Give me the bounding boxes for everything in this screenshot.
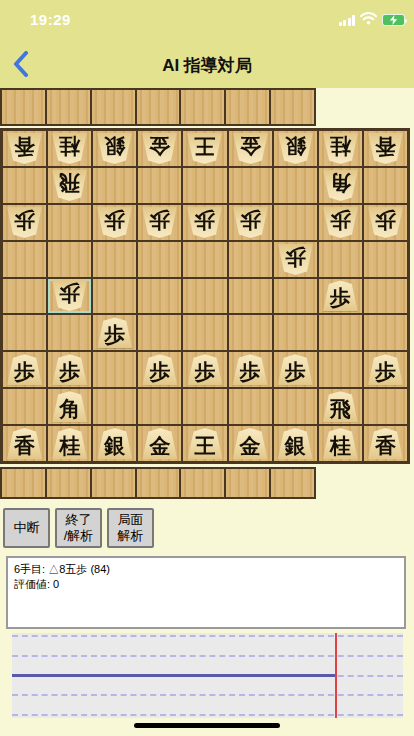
piece-sente[interactable]: 歩	[322, 280, 359, 311]
sente-captured-tray-cell[interactable]	[269, 469, 314, 497]
square-3-2[interactable]	[274, 168, 317, 203]
evaluation-chart	[12, 633, 403, 718]
gote-captured-tray-cell[interactable]	[45, 90, 90, 124]
piece-sente[interactable]: 銀	[96, 428, 133, 459]
piece-kanji: 歩	[330, 287, 351, 308]
square-5-2[interactable]	[183, 168, 226, 203]
square-6-3[interactable]: 歩	[138, 205, 181, 240]
sente-captured-tray-cell[interactable]	[179, 469, 224, 497]
wifi-icon	[360, 11, 377, 29]
header: 19:29 AI 指導対局	[0, 0, 414, 88]
square-8-5[interactable]: 歩	[48, 279, 91, 314]
square-1-8[interactable]	[364, 389, 407, 424]
piece-sente[interactable]: 桂	[51, 428, 88, 459]
square-2-9[interactable]: 桂	[319, 426, 362, 461]
chart-gridline	[12, 714, 403, 716]
piece-kanji: 角	[59, 398, 80, 419]
square-9-6[interactable]	[3, 315, 46, 350]
square-4-7[interactable]: 歩	[229, 352, 272, 387]
square-7-1[interactable]: 銀	[93, 131, 136, 166]
piece-kanji: 歩	[14, 210, 35, 231]
piece-kanji: 王	[194, 136, 215, 157]
piece-sente[interactable]: 銀	[277, 428, 314, 459]
eval-info-line: 評価値: 0	[14, 577, 398, 592]
piece-kanji: 歩	[59, 284, 80, 305]
square-9-9[interactable]: 香	[3, 426, 46, 461]
app-screen: 19:29 AI 指導対局 香桂銀金王金銀桂香飛角歩歩歩歩歩歩歩歩歩歩歩歩歩歩歩…	[0, 0, 414, 736]
square-7-7[interactable]	[93, 352, 136, 387]
piece-gote[interactable]: 歩	[141, 207, 178, 238]
home-indicator	[134, 723, 280, 728]
piece-gote[interactable]: 香	[367, 133, 404, 164]
square-9-3[interactable]: 歩	[3, 205, 46, 240]
shogi-board: 香桂銀金王金銀桂香飛角歩歩歩歩歩歩歩歩歩歩歩歩歩歩歩歩歩歩角飛香桂銀金王金銀桂香	[0, 128, 410, 464]
position-analysis-button[interactable]: 局面 解析	[107, 508, 154, 548]
piece-gote[interactable]: 桂	[51, 133, 88, 164]
page-title: AI 指導対局	[0, 54, 414, 77]
square-5-4[interactable]	[183, 242, 226, 277]
square-4-4[interactable]	[229, 242, 272, 277]
piece-kanji: 桂	[59, 136, 80, 157]
square-7-6[interactable]: 歩	[93, 315, 136, 350]
piece-gote[interactable]: 銀	[277, 133, 314, 164]
square-8-3[interactable]	[48, 205, 91, 240]
square-9-2[interactable]	[3, 168, 46, 203]
gote-captured-tray	[0, 88, 316, 126]
piece-kanji: 銀	[285, 435, 306, 456]
piece-kanji: 香	[14, 136, 35, 157]
piece-kanji: 王	[194, 435, 215, 456]
chart-gridline	[12, 694, 403, 696]
square-6-5[interactable]	[138, 279, 181, 314]
piece-gote[interactable]: 歩	[367, 207, 404, 238]
piece-gote[interactable]: 王	[186, 133, 223, 164]
gote-captured-tray-cell[interactable]	[179, 90, 224, 124]
square-6-9[interactable]: 金	[138, 426, 181, 461]
piece-gote[interactable]: 歩	[186, 207, 223, 238]
piece-kanji: 歩	[285, 361, 306, 382]
sente-captured-tray-cell[interactable]	[224, 469, 269, 497]
piece-gote[interactable]: 歩	[277, 244, 314, 275]
piece-gote[interactable]: 桂	[322, 133, 359, 164]
square-2-8[interactable]: 飛	[319, 389, 362, 424]
piece-sente[interactable]: 歩	[6, 354, 43, 385]
square-2-5[interactable]: 歩	[319, 279, 362, 314]
current-move-cursor	[335, 633, 337, 718]
square-6-1[interactable]: 金	[138, 131, 181, 166]
piece-kanji: 銀	[104, 136, 125, 157]
sente-captured-tray-cell[interactable]	[45, 469, 90, 497]
square-3-8[interactable]	[274, 389, 317, 424]
square-8-2[interactable]: 飛	[48, 168, 91, 203]
piece-kanji: 歩	[14, 361, 35, 382]
piece-gote[interactable]: 歩	[322, 207, 359, 238]
gote-captured-tray-cell[interactable]	[2, 90, 45, 124]
piece-kanji: 香	[14, 435, 35, 456]
gote-captured-tray-cell[interactable]	[90, 90, 135, 124]
square-1-5[interactable]	[364, 279, 407, 314]
square-1-7[interactable]: 歩	[364, 352, 407, 387]
piece-kanji: 歩	[194, 361, 215, 382]
interrupt-button[interactable]: 中断	[3, 508, 50, 548]
piece-sente[interactable]: 香	[6, 428, 43, 459]
piece-gote[interactable]: 歩	[96, 207, 133, 238]
piece-gote[interactable]: 香	[6, 133, 43, 164]
piece-sente[interactable]: 王	[186, 428, 223, 459]
piece-kanji: 飛	[59, 173, 80, 194]
piece-kanji: 歩	[149, 210, 170, 231]
piece-sente[interactable]: 桂	[322, 428, 359, 459]
piece-gote[interactable]: 銀	[96, 133, 133, 164]
status-time: 19:29	[30, 11, 71, 28]
piece-gote[interactable]: 歩	[51, 280, 88, 311]
square-8-7[interactable]: 歩	[48, 352, 91, 387]
square-4-9[interactable]: 金	[229, 426, 272, 461]
square-7-9[interactable]: 銀	[93, 426, 136, 461]
square-5-3[interactable]: 歩	[183, 205, 226, 240]
piece-kanji: 歩	[240, 361, 261, 382]
square-3-9[interactable]: 銀	[274, 426, 317, 461]
piece-kanji: 歩	[375, 361, 396, 382]
square-1-3[interactable]: 歩	[364, 205, 407, 240]
square-5-5[interactable]	[183, 279, 226, 314]
square-2-7[interactable]	[319, 352, 362, 387]
piece-kanji: 金	[240, 435, 261, 456]
cellular-signal-icon	[339, 15, 356, 26]
piece-gote[interactable]: 飛	[51, 170, 88, 201]
square-8-9[interactable]: 桂	[48, 426, 91, 461]
square-5-9[interactable]: 王	[183, 426, 226, 461]
square-6-8[interactable]	[138, 389, 181, 424]
sente-captured-tray-cell[interactable]	[90, 469, 135, 497]
piece-kanji: 香	[375, 435, 396, 456]
square-3-6[interactable]	[274, 315, 317, 350]
piece-kanji: 歩	[375, 210, 396, 231]
piece-kanji: 桂	[330, 136, 351, 157]
square-9-8[interactable]	[3, 389, 46, 424]
piece-sente[interactable]: 金	[141, 428, 178, 459]
square-3-7[interactable]: 歩	[274, 352, 317, 387]
square-2-3[interactable]: 歩	[319, 205, 362, 240]
piece-gote[interactable]: 金	[141, 133, 178, 164]
piece-kanji: 桂	[59, 435, 80, 456]
piece-kanji: 銀	[285, 136, 306, 157]
square-6-6[interactable]	[138, 315, 181, 350]
square-1-6[interactable]	[364, 315, 407, 350]
square-2-1[interactable]: 桂	[319, 131, 362, 166]
square-1-2[interactable]	[364, 168, 407, 203]
square-6-2[interactable]	[138, 168, 181, 203]
piece-sente[interactable]: 香	[367, 428, 404, 459]
gote-captured-tray-cell[interactable]	[135, 90, 180, 124]
square-9-5[interactable]	[3, 279, 46, 314]
gote-captured-tray-cell[interactable]	[224, 90, 269, 124]
piece-kanji: 香	[375, 136, 396, 157]
piece-kanji: 歩	[240, 210, 261, 231]
square-4-1[interactable]: 金	[229, 131, 272, 166]
square-5-1[interactable]: 王	[183, 131, 226, 166]
square-5-7[interactable]: 歩	[183, 352, 226, 387]
square-7-4[interactable]	[93, 242, 136, 277]
status-icons	[339, 13, 406, 27]
piece-kanji: 飛	[330, 398, 351, 419]
piece-kanji: 歩	[330, 210, 351, 231]
square-8-6[interactable]	[48, 315, 91, 350]
gote-captured-tray-cell[interactable]	[269, 90, 314, 124]
square-8-4[interactable]	[48, 242, 91, 277]
chart-gridline	[12, 635, 403, 637]
piece-kanji: 歩	[59, 361, 80, 382]
square-7-3[interactable]: 歩	[93, 205, 136, 240]
piece-kanji: 金	[149, 136, 170, 157]
square-9-4[interactable]	[3, 242, 46, 277]
piece-sente[interactable]: 歩	[277, 354, 314, 385]
square-4-8[interactable]	[229, 389, 272, 424]
piece-gote[interactable]: 金	[232, 133, 269, 164]
piece-kanji: 歩	[149, 361, 170, 382]
piece-kanji: 金	[240, 136, 261, 157]
square-7-2[interactable]	[93, 168, 136, 203]
square-5-8[interactable]	[183, 389, 226, 424]
square-4-3[interactable]: 歩	[229, 205, 272, 240]
square-7-5[interactable]	[93, 279, 136, 314]
piece-sente[interactable]: 歩	[141, 354, 178, 385]
square-8-1[interactable]: 桂	[48, 131, 91, 166]
end-analyze-button[interactable]: 終了 /解析	[55, 508, 102, 548]
piece-kanji: 歩	[104, 210, 125, 231]
piece-kanji: 桂	[330, 435, 351, 456]
square-3-1[interactable]: 銀	[274, 131, 317, 166]
piece-gote[interactable]: 歩	[232, 207, 269, 238]
piece-kanji: 歩	[285, 247, 306, 268]
piece-kanji: 金	[149, 435, 170, 456]
piece-sente[interactable]: 歩	[232, 354, 269, 385]
square-6-4[interactable]	[138, 242, 181, 277]
square-2-4[interactable]	[319, 242, 362, 277]
square-1-1[interactable]: 香	[364, 131, 407, 166]
piece-sente[interactable]: 歩	[367, 354, 404, 385]
battery-charging-icon	[382, 14, 405, 26]
square-4-2[interactable]	[229, 168, 272, 203]
piece-gote[interactable]: 歩	[6, 207, 43, 238]
square-1-4[interactable]	[364, 242, 407, 277]
square-2-6[interactable]	[319, 315, 362, 350]
piece-gote[interactable]: 角	[322, 170, 359, 201]
piece-sente[interactable]: 飛	[322, 391, 359, 422]
piece-sente[interactable]: 金	[232, 428, 269, 459]
piece-kanji: 歩	[104, 324, 125, 345]
square-8-8[interactable]: 角	[48, 389, 91, 424]
evaluation-line	[12, 674, 335, 677]
square-9-7[interactable]: 歩	[3, 352, 46, 387]
piece-sente[interactable]: 歩	[51, 354, 88, 385]
sente-captured-tray	[0, 467, 316, 499]
square-1-9[interactable]: 香	[364, 426, 407, 461]
sente-captured-tray-cell[interactable]	[135, 469, 180, 497]
square-4-6[interactable]	[229, 315, 272, 350]
square-2-2[interactable]: 角	[319, 168, 362, 203]
piece-kanji: 角	[330, 173, 351, 194]
move-info-box: 6手目: △8五歩 (84) 評価値: 0	[6, 556, 406, 629]
chart-gridline	[12, 655, 403, 657]
piece-kanji: 歩	[194, 210, 215, 231]
piece-sente[interactable]: 角	[51, 391, 88, 422]
piece-kanji: 銀	[104, 435, 125, 456]
square-7-8[interactable]	[93, 389, 136, 424]
square-3-5[interactable]	[274, 279, 317, 314]
sente-captured-tray-cell[interactable]	[2, 469, 45, 497]
piece-sente[interactable]: 歩	[96, 317, 133, 348]
square-5-6[interactable]	[183, 315, 226, 350]
square-4-5[interactable]	[229, 279, 272, 314]
square-6-7[interactable]: 歩	[138, 352, 181, 387]
square-9-1[interactable]: 香	[3, 131, 46, 166]
control-button-row: 中断 終了 /解析 局面 解析	[3, 508, 154, 548]
move-info-line: 6手目: △8五歩 (84)	[14, 562, 398, 577]
square-3-3[interactable]	[274, 205, 317, 240]
square-3-4[interactable]: 歩	[274, 242, 317, 277]
piece-sente[interactable]: 歩	[186, 354, 223, 385]
